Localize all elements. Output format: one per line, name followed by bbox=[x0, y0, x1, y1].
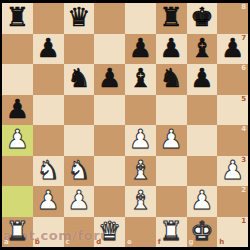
square-g8[interactable]: ♚ bbox=[187, 3, 218, 34]
white-bishop-e3[interactable]: ♝ bbox=[129, 157, 152, 183]
square-d8[interactable] bbox=[94, 3, 125, 34]
square-f7[interactable]: ♟ bbox=[156, 34, 187, 65]
square-c4[interactable] bbox=[64, 125, 95, 156]
square-e7[interactable]: ♟ bbox=[125, 34, 156, 65]
black-pawn-d6[interactable]: ♟ bbox=[98, 65, 121, 91]
square-f1[interactable]: f♜ bbox=[156, 217, 187, 248]
square-a7[interactable] bbox=[2, 34, 33, 65]
square-e5[interactable] bbox=[125, 95, 156, 126]
square-d1[interactable]: d♛ bbox=[94, 217, 125, 248]
square-g1[interactable]: g♚ bbox=[187, 217, 218, 248]
black-pawn-e7[interactable]: ♟ bbox=[129, 35, 152, 61]
square-h3[interactable]: 3♟ bbox=[217, 156, 248, 187]
square-b7[interactable]: ♟ bbox=[33, 34, 64, 65]
white-rook-a1[interactable]: ♜ bbox=[6, 218, 29, 244]
square-d2[interactable] bbox=[94, 186, 125, 217]
square-f5[interactable] bbox=[156, 95, 187, 126]
square-f2[interactable] bbox=[156, 186, 187, 217]
square-a3[interactable] bbox=[2, 156, 33, 187]
file-label-e: e bbox=[127, 239, 132, 246]
square-c7[interactable] bbox=[64, 34, 95, 65]
square-f3[interactable] bbox=[156, 156, 187, 187]
black-rook-f8[interactable]: ♜ bbox=[159, 4, 182, 30]
square-a4[interactable]: ♟ bbox=[2, 125, 33, 156]
square-a6[interactable] bbox=[2, 64, 33, 95]
square-e8[interactable] bbox=[125, 3, 156, 34]
square-h6[interactable]: 6 bbox=[217, 64, 248, 95]
square-d6[interactable]: ♟ bbox=[94, 64, 125, 95]
chess-app-screenshot: ♜♛♜♚8♟♟♟♝7♟♞♟♝♞♟6♟5♟♟♟4♞♞♝3♟♟♟♝♟2a♜bcd♛e… bbox=[0, 0, 250, 250]
square-h5[interactable]: 5 bbox=[217, 95, 248, 126]
white-pawn-f4[interactable]: ♟ bbox=[159, 126, 182, 152]
square-c6[interactable]: ♞ bbox=[64, 64, 95, 95]
chess-board: ♜♛♜♚8♟♟♟♝7♟♞♟♝♞♟6♟5♟♟♟4♞♞♝3♟♟♟♝♟2a♜bcd♛e… bbox=[2, 3, 248, 247]
rank-label-5: 5 bbox=[241, 96, 246, 103]
black-rook-a8[interactable]: ♜ bbox=[6, 4, 29, 30]
rank-label-1: 1 bbox=[241, 218, 246, 225]
square-a8[interactable]: ♜ bbox=[2, 3, 33, 34]
white-pawn-h3[interactable]: ♟ bbox=[221, 157, 244, 183]
black-bishop-g7[interactable]: ♝ bbox=[190, 35, 213, 61]
white-king-g1[interactable]: ♚ bbox=[190, 218, 213, 244]
black-pawn-g6[interactable]: ♟ bbox=[190, 65, 213, 91]
square-g7[interactable]: ♝ bbox=[187, 34, 218, 65]
square-b2[interactable]: ♟ bbox=[33, 186, 64, 217]
file-label-h: h bbox=[219, 239, 224, 246]
square-c8[interactable]: ♛ bbox=[64, 3, 95, 34]
square-h1[interactable]: 1h bbox=[217, 217, 248, 248]
white-pawn-a4[interactable]: ♟ bbox=[6, 126, 29, 152]
white-bishop-e2[interactable]: ♝ bbox=[129, 187, 152, 213]
white-knight-b3[interactable]: ♞ bbox=[36, 157, 59, 183]
square-b8[interactable] bbox=[33, 3, 64, 34]
square-f4[interactable]: ♟ bbox=[156, 125, 187, 156]
square-g3[interactable] bbox=[187, 156, 218, 187]
square-g4[interactable] bbox=[187, 125, 218, 156]
square-c3[interactable]: ♞ bbox=[64, 156, 95, 187]
square-b5[interactable] bbox=[33, 95, 64, 126]
white-pawn-g2[interactable]: ♟ bbox=[190, 187, 213, 213]
square-e4[interactable]: ♟ bbox=[125, 125, 156, 156]
square-h4[interactable]: 4 bbox=[217, 125, 248, 156]
white-pawn-b2[interactable]: ♟ bbox=[36, 187, 59, 213]
black-knight-f6[interactable]: ♞ bbox=[159, 65, 182, 91]
rank-label-6: 6 bbox=[241, 65, 246, 72]
square-e6[interactable]: ♝ bbox=[125, 64, 156, 95]
square-c5[interactable] bbox=[64, 95, 95, 126]
square-d5[interactable] bbox=[94, 95, 125, 126]
square-f8[interactable]: ♜ bbox=[156, 3, 187, 34]
square-e1[interactable]: e bbox=[125, 217, 156, 248]
square-e2[interactable]: ♝ bbox=[125, 186, 156, 217]
white-queen-d1[interactable]: ♛ bbox=[98, 218, 121, 244]
black-knight-c6[interactable]: ♞ bbox=[67, 65, 90, 91]
black-queen-c8[interactable]: ♛ bbox=[67, 4, 90, 30]
square-b6[interactable] bbox=[33, 64, 64, 95]
square-b3[interactable]: ♞ bbox=[33, 156, 64, 187]
square-a2[interactable] bbox=[2, 186, 33, 217]
square-c2[interactable]: ♟ bbox=[64, 186, 95, 217]
black-bishop-e6[interactable]: ♝ bbox=[129, 65, 152, 91]
square-h8[interactable]: 8 bbox=[217, 3, 248, 34]
black-pawn-a5[interactable]: ♟ bbox=[6, 96, 29, 122]
square-e3[interactable]: ♝ bbox=[125, 156, 156, 187]
black-pawn-h7[interactable]: ♟ bbox=[221, 35, 244, 61]
rank-label-8: 8 bbox=[241, 4, 246, 11]
white-rook-f1[interactable]: ♜ bbox=[159, 218, 182, 244]
square-d3[interactable] bbox=[94, 156, 125, 187]
square-b4[interactable] bbox=[33, 125, 64, 156]
rank-label-4: 4 bbox=[241, 126, 246, 133]
black-king-g8[interactable]: ♚ bbox=[190, 4, 213, 30]
square-g6[interactable]: ♟ bbox=[187, 64, 218, 95]
white-pawn-e4[interactable]: ♟ bbox=[129, 126, 152, 152]
square-h7[interactable]: 7♟ bbox=[217, 34, 248, 65]
square-h2[interactable]: 2 bbox=[217, 186, 248, 217]
square-d4[interactable] bbox=[94, 125, 125, 156]
square-a5[interactable]: ♟ bbox=[2, 95, 33, 126]
square-g2[interactable]: ♟ bbox=[187, 186, 218, 217]
square-d7[interactable] bbox=[94, 34, 125, 65]
black-pawn-f7[interactable]: ♟ bbox=[159, 35, 182, 61]
square-g5[interactable] bbox=[187, 95, 218, 126]
white-knight-c3[interactable]: ♞ bbox=[67, 157, 90, 183]
white-pawn-c2[interactable]: ♟ bbox=[67, 187, 90, 213]
square-f6[interactable]: ♞ bbox=[156, 64, 187, 95]
black-pawn-b7[interactable]: ♟ bbox=[36, 35, 59, 61]
rank-label-2: 2 bbox=[241, 187, 246, 194]
square-a1[interactable]: a♜ bbox=[2, 217, 33, 248]
